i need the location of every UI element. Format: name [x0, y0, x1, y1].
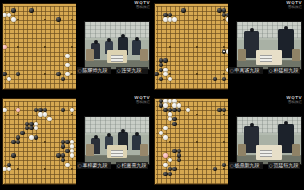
go-board [154, 3, 229, 90]
black-stone [213, 167, 217, 171]
white-stone-bullet: ○ [117, 67, 121, 74]
video-panel: WQTV 围棋频道 ● 申真谞九段 ○ 朴廷桓九段 [228, 0, 304, 95]
white-stone [163, 126, 167, 130]
game-table [107, 50, 127, 63]
caption-white-player: ○ 柁嘉熹九段 [116, 162, 148, 169]
white-stone [177, 103, 181, 107]
channel-logo: WQTV 围棋频道 [286, 1, 302, 9]
white-player-name: 柁嘉熹九段 [122, 162, 147, 169]
caption-black-player: ● 陈耀烨九段 [77, 67, 111, 74]
white-stone [7, 167, 11, 171]
white-stone [65, 54, 69, 58]
black-stone [61, 77, 65, 81]
black-stone [159, 77, 163, 81]
white-stone [159, 131, 163, 135]
black-stone [20, 131, 24, 135]
white-stone [43, 112, 47, 116]
table-banner [260, 150, 272, 157]
frame-top-right[interactable]: WQTV 围棋频道 ● 申真谞九段 ○ 朴廷桓九段 [152, 0, 304, 95]
channel-logo: WQTV 围棋频道 [134, 96, 150, 104]
black-stone-bullet: ● [230, 67, 234, 74]
go-board [2, 98, 77, 185]
video-panel: WQTV 围棋频道 ● 杨鼎新九段 ○ 范廷钰九段 [228, 95, 304, 190]
white-stone-bullet: ○ [269, 67, 273, 74]
white-stone-bullet: ○ [269, 162, 273, 169]
video-feed [84, 116, 150, 165]
black-stone [56, 72, 60, 76]
black-stone [222, 163, 226, 167]
channel-logo-subtext: 围棋频道 [286, 5, 302, 9]
white-stone [163, 103, 167, 107]
channel-logo-subtext: 围棋频道 [134, 100, 150, 104]
white-stone [168, 117, 172, 121]
black-stone [2, 72, 6, 76]
caption-white-player: ○ 范廷钰九段 [268, 162, 300, 169]
game-table [256, 50, 282, 65]
black-stone [29, 8, 33, 12]
frame-bottom-right[interactable]: WQTV 围棋频道 ● 杨鼎新九段 ○ 范廷钰九段 [152, 95, 304, 190]
black-stone [172, 167, 176, 171]
black-stone [177, 108, 181, 112]
black-player-name: 杨鼎新九段 [235, 162, 260, 169]
black-stone [177, 158, 181, 162]
white-stone [70, 153, 74, 157]
black-stone [172, 122, 176, 126]
video-panel: WQTV 围棋频道 ● 辜梓豪九段 ○ 柁嘉熹九段 [76, 95, 152, 190]
white-stone [2, 45, 6, 49]
black-stone [163, 58, 167, 62]
go-board [2, 3, 77, 90]
video-feed [236, 116, 302, 165]
white-stone [163, 163, 167, 167]
white-stone [168, 77, 172, 81]
game-table [107, 145, 127, 158]
black-stone [61, 108, 65, 112]
white-stone [186, 108, 190, 112]
table-banner [111, 150, 123, 157]
black-stone [16, 135, 20, 139]
black-stone [181, 8, 185, 12]
white-stone [7, 13, 11, 17]
black-stone [222, 108, 226, 112]
black-stone-bullet: ● [230, 162, 234, 169]
white-stone [168, 158, 172, 162]
video-feed [236, 21, 302, 70]
black-stone-bullet: ● [78, 162, 82, 169]
video-feed [84, 21, 150, 70]
table-banner [260, 55, 272, 62]
white-stone [65, 63, 69, 67]
black-stone [29, 126, 33, 130]
go-board [154, 98, 229, 185]
white-stone [29, 135, 33, 139]
black-stone-bullet: ● [78, 67, 82, 74]
black-stone [159, 63, 163, 67]
black-stone [154, 72, 158, 76]
caption-black-player: ● 辜梓豪九段 [77, 162, 111, 169]
black-stone [172, 117, 176, 121]
white-stone [65, 72, 69, 76]
white-stone [16, 108, 20, 112]
black-stone [56, 17, 60, 21]
white-stone [2, 108, 6, 112]
video-panel: WQTV 围棋频道 ● 陈耀烨九段 ○ 连笑九段 [76, 0, 152, 95]
white-stone [163, 153, 167, 157]
white-stone [70, 108, 74, 112]
black-stone [61, 158, 65, 162]
black-player-name: 陈耀烨九段 [83, 67, 108, 74]
caption-black-player: ● 杨鼎新九段 [229, 162, 263, 169]
frame-bottom-left[interactable]: WQTV 围棋频道 ● 辜梓豪九段 ○ 柁嘉熹九段 [0, 95, 152, 190]
black-stone [222, 77, 226, 81]
white-stone [7, 77, 11, 81]
black-stone [213, 77, 217, 81]
sponsor-backdrop [85, 22, 149, 38]
white-player-name: 连笑九段 [122, 67, 142, 74]
black-stone [11, 8, 15, 12]
caption-white-player: ○ 朴廷桓九段 [268, 67, 300, 74]
channel-logo: WQTV 围棋频道 [286, 96, 302, 104]
channel-logo: WQTV 围棋频道 [134, 1, 150, 9]
white-stone [163, 72, 167, 76]
black-stone [11, 153, 15, 157]
black-player-name: 辜梓豪九段 [83, 162, 108, 169]
white-stone [65, 163, 69, 167]
channel-logo-subtext: 围棋频道 [286, 100, 302, 104]
sponsor-backdrop [85, 117, 149, 133]
white-player-name: 范廷钰九段 [274, 162, 299, 169]
white-stone-bullet: ○ [117, 162, 121, 169]
black-stone [34, 135, 38, 139]
white-stone [163, 135, 167, 139]
caption-black-player: ● 申真谞九段 [229, 67, 263, 74]
black-stone [16, 72, 20, 76]
white-stone [172, 17, 176, 21]
black-player-name: 申真谞九段 [235, 67, 260, 74]
white-stone [11, 17, 15, 21]
black-stone [16, 140, 20, 144]
caption-white-player: ○ 连笑九段 [116, 67, 148, 74]
game-table [256, 145, 282, 160]
white-stone [47, 117, 51, 121]
white-stone [34, 126, 38, 130]
white-player-name: 朴廷桓九段 [274, 67, 299, 74]
channel-logo-subtext: 围棋频道 [134, 5, 150, 9]
table-banner [111, 55, 123, 62]
black-stone [61, 144, 65, 148]
frame-top-left[interactable]: WQTV 围棋频道 ● 陈耀烨九段 ○ 连笑九段 [0, 0, 152, 95]
black-stone [168, 172, 172, 176]
